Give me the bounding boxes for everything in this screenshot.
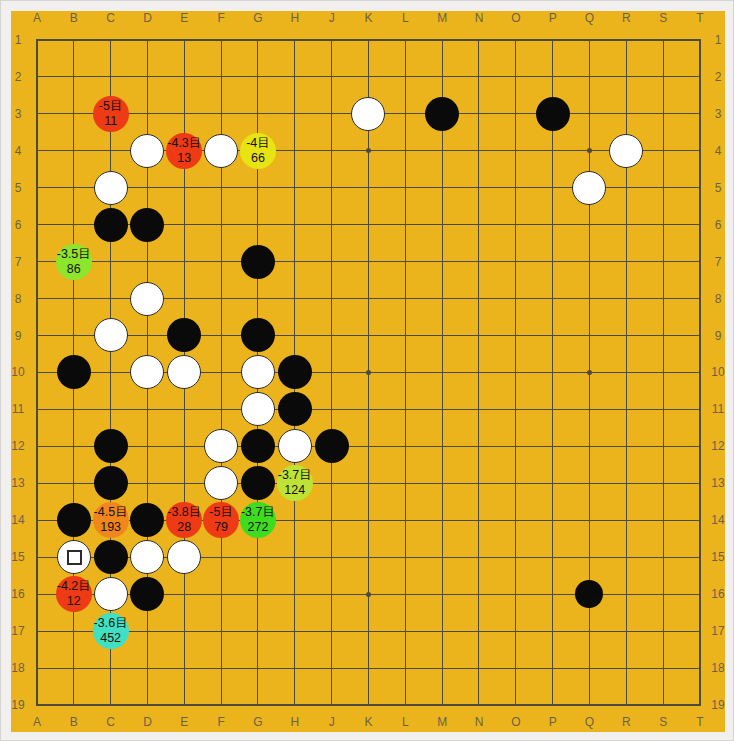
point-H3[interactable] — [276, 95, 313, 132]
point-F13[interactable]: ○ — [203, 465, 240, 502]
point-E17[interactable] — [166, 613, 203, 650]
point-B14[interactable]: ● — [55, 502, 92, 539]
point-K4[interactable] — [350, 132, 387, 169]
point-L14[interactable] — [387, 502, 424, 539]
point-N13[interactable] — [461, 465, 498, 502]
point-H1[interactable] — [276, 22, 313, 59]
point-C3[interactable]: -5目11 — [92, 95, 129, 132]
point-P10[interactable] — [534, 354, 571, 391]
point-L13[interactable] — [387, 465, 424, 502]
point-C7[interactable] — [92, 243, 129, 280]
point-P1[interactable] — [534, 22, 571, 59]
point-H7[interactable] — [276, 243, 313, 280]
point-P18[interactable] — [534, 649, 571, 686]
point-H13[interactable]: -3.7目124 — [276, 465, 313, 502]
point-S3[interactable] — [645, 95, 682, 132]
point-C15[interactable]: ● — [92, 539, 129, 576]
point-R5[interactable] — [608, 169, 645, 206]
point-L10[interactable] — [387, 354, 424, 391]
point-G7[interactable]: ● — [240, 243, 277, 280]
point-D10[interactable]: ○ — [129, 354, 166, 391]
point-N15[interactable] — [461, 539, 498, 576]
point-Q16[interactable]: ● — [571, 576, 608, 613]
point-R9[interactable] — [608, 317, 645, 354]
point-O14[interactable] — [497, 502, 534, 539]
point-A3[interactable] — [19, 95, 56, 132]
point-A1[interactable] — [19, 22, 56, 59]
point-H19[interactable] — [276, 686, 313, 723]
point-A6[interactable] — [19, 206, 56, 243]
point-C11[interactable] — [92, 391, 129, 428]
point-O13[interactable] — [497, 465, 534, 502]
point-P12[interactable] — [534, 428, 571, 465]
point-Q14[interactable] — [571, 502, 608, 539]
suggestion-C3[interactable]: -5目11 — [93, 96, 129, 132]
suggestion-C17[interactable]: -3.6目452 — [93, 613, 129, 649]
point-L12[interactable] — [387, 428, 424, 465]
point-K7[interactable] — [350, 243, 387, 280]
point-J16[interactable] — [313, 576, 350, 613]
point-N17[interactable] — [461, 613, 498, 650]
point-M1[interactable] — [424, 22, 461, 59]
point-T6[interactable] — [681, 206, 718, 243]
point-R15[interactable] — [608, 539, 645, 576]
point-G1[interactable] — [240, 22, 277, 59]
suggestion-E14[interactable]: -3.8目28 — [166, 502, 202, 538]
point-Q4[interactable] — [571, 132, 608, 169]
point-A2[interactable] — [19, 58, 56, 95]
point-B11[interactable] — [55, 391, 92, 428]
point-B1[interactable] — [55, 22, 92, 59]
point-T8[interactable] — [681, 280, 718, 317]
point-L3[interactable] — [387, 95, 424, 132]
point-O18[interactable] — [497, 649, 534, 686]
suggestion-C14[interactable]: -4.5目193 — [93, 502, 129, 538]
point-A10[interactable] — [19, 354, 56, 391]
point-F2[interactable] — [203, 58, 240, 95]
point-H14[interactable] — [276, 502, 313, 539]
point-N3[interactable] — [461, 95, 498, 132]
point-P3[interactable]: ● — [534, 95, 571, 132]
point-J6[interactable] — [313, 206, 350, 243]
point-N7[interactable] — [461, 243, 498, 280]
point-S6[interactable] — [645, 206, 682, 243]
point-M8[interactable] — [424, 280, 461, 317]
point-C4[interactable] — [92, 132, 129, 169]
suggestion-E4[interactable]: -4.3目13 — [166, 133, 202, 169]
point-Q13[interactable] — [571, 465, 608, 502]
point-O15[interactable] — [497, 539, 534, 576]
point-Q6[interactable] — [571, 206, 608, 243]
point-F1[interactable] — [203, 22, 240, 59]
point-J13[interactable] — [313, 465, 350, 502]
point-T16[interactable] — [681, 576, 718, 613]
point-C5[interactable]: ○ — [92, 169, 129, 206]
point-F8[interactable] — [203, 280, 240, 317]
point-O7[interactable] — [497, 243, 534, 280]
point-C6[interactable]: ● — [92, 206, 129, 243]
point-C17[interactable]: -3.6目452 — [92, 613, 129, 650]
suggestion-B16[interactable]: -4.2目12 — [56, 576, 92, 612]
point-D7[interactable] — [129, 243, 166, 280]
point-Q9[interactable] — [571, 317, 608, 354]
point-A16[interactable] — [19, 576, 56, 613]
point-R19[interactable] — [608, 686, 645, 723]
point-C19[interactable] — [92, 686, 129, 723]
point-M12[interactable] — [424, 428, 461, 465]
point-P17[interactable] — [534, 613, 571, 650]
point-L2[interactable] — [387, 58, 424, 95]
point-J10[interactable] — [313, 354, 350, 391]
point-N14[interactable] — [461, 502, 498, 539]
point-F10[interactable] — [203, 354, 240, 391]
point-D5[interactable] — [129, 169, 166, 206]
point-P14[interactable] — [534, 502, 571, 539]
point-O1[interactable] — [497, 22, 534, 59]
point-T2[interactable] — [681, 58, 718, 95]
suggestion-H13[interactable]: -3.7目124 — [277, 465, 313, 501]
point-C13[interactable]: ● — [92, 465, 129, 502]
point-T13[interactable] — [681, 465, 718, 502]
point-D4[interactable]: ○ — [129, 132, 166, 169]
point-J19[interactable] — [313, 686, 350, 723]
point-A9[interactable] — [19, 317, 56, 354]
point-C2[interactable] — [92, 58, 129, 95]
point-S18[interactable] — [645, 649, 682, 686]
point-K2[interactable] — [350, 58, 387, 95]
point-O2[interactable] — [497, 58, 534, 95]
point-B10[interactable]: ● — [55, 354, 92, 391]
suggestion-F14[interactable]: -5目79 — [203, 502, 239, 538]
point-B7[interactable]: -3.5目86 — [55, 243, 92, 280]
point-D18[interactable] — [129, 649, 166, 686]
point-F16[interactable] — [203, 576, 240, 613]
point-A12[interactable] — [19, 428, 56, 465]
point-K8[interactable] — [350, 280, 387, 317]
point-A11[interactable] — [19, 391, 56, 428]
point-K12[interactable] — [350, 428, 387, 465]
point-Q11[interactable] — [571, 391, 608, 428]
point-E13[interactable] — [166, 465, 203, 502]
point-M16[interactable] — [424, 576, 461, 613]
point-R6[interactable] — [608, 206, 645, 243]
point-R11[interactable] — [608, 391, 645, 428]
point-D3[interactable] — [129, 95, 166, 132]
point-M6[interactable] — [424, 206, 461, 243]
point-S8[interactable] — [645, 280, 682, 317]
point-L16[interactable] — [387, 576, 424, 613]
point-J14[interactable] — [313, 502, 350, 539]
point-Q2[interactable] — [571, 58, 608, 95]
point-K3[interactable]: ○ — [350, 95, 387, 132]
point-H17[interactable] — [276, 613, 313, 650]
point-T3[interactable] — [681, 95, 718, 132]
point-D17[interactable] — [129, 613, 166, 650]
point-Q5[interactable]: ○ — [571, 169, 608, 206]
point-P6[interactable] — [534, 206, 571, 243]
point-N16[interactable] — [461, 576, 498, 613]
point-L1[interactable] — [387, 22, 424, 59]
point-S7[interactable] — [645, 243, 682, 280]
point-P9[interactable] — [534, 317, 571, 354]
point-A4[interactable] — [19, 132, 56, 169]
point-M11[interactable] — [424, 391, 461, 428]
point-S2[interactable] — [645, 58, 682, 95]
point-E3[interactable] — [166, 95, 203, 132]
point-J15[interactable] — [313, 539, 350, 576]
point-F12[interactable]: ○ — [203, 428, 240, 465]
point-D6[interactable]: ● — [129, 206, 166, 243]
point-P7[interactable] — [534, 243, 571, 280]
point-G17[interactable] — [240, 613, 277, 650]
point-M5[interactable] — [424, 169, 461, 206]
point-Q8[interactable] — [571, 280, 608, 317]
point-S16[interactable] — [645, 576, 682, 613]
point-K10[interactable] — [350, 354, 387, 391]
point-G13[interactable]: ● — [240, 465, 277, 502]
point-O17[interactable] — [497, 613, 534, 650]
point-S13[interactable] — [645, 465, 682, 502]
point-T11[interactable] — [681, 391, 718, 428]
point-F4[interactable]: ○ — [203, 132, 240, 169]
point-O5[interactable] — [497, 169, 534, 206]
point-P5[interactable] — [534, 169, 571, 206]
point-F15[interactable] — [203, 539, 240, 576]
point-N9[interactable] — [461, 317, 498, 354]
point-P13[interactable] — [534, 465, 571, 502]
point-E19[interactable] — [166, 686, 203, 723]
point-K11[interactable] — [350, 391, 387, 428]
point-G12[interactable]: ● — [240, 428, 277, 465]
point-J4[interactable] — [313, 132, 350, 169]
point-O19[interactable] — [497, 686, 534, 723]
point-N1[interactable] — [461, 22, 498, 59]
point-J11[interactable] — [313, 391, 350, 428]
point-E14[interactable]: -3.8目28 — [166, 502, 203, 539]
point-N5[interactable] — [461, 169, 498, 206]
point-S15[interactable] — [645, 539, 682, 576]
point-H11[interactable]: ● — [276, 391, 313, 428]
point-S14[interactable] — [645, 502, 682, 539]
point-R10[interactable] — [608, 354, 645, 391]
point-B18[interactable] — [55, 649, 92, 686]
point-E6[interactable] — [166, 206, 203, 243]
point-F19[interactable] — [203, 686, 240, 723]
point-C14[interactable]: -4.5目193 — [92, 502, 129, 539]
point-B3[interactable] — [55, 95, 92, 132]
point-J2[interactable] — [313, 58, 350, 95]
point-D14[interactable]: ● — [129, 502, 166, 539]
point-Q1[interactable] — [571, 22, 608, 59]
point-E1[interactable] — [166, 22, 203, 59]
point-O11[interactable] — [497, 391, 534, 428]
point-H16[interactable] — [276, 576, 313, 613]
point-Q12[interactable] — [571, 428, 608, 465]
point-M7[interactable] — [424, 243, 461, 280]
point-S4[interactable] — [645, 132, 682, 169]
point-F14[interactable]: -5目79 — [203, 502, 240, 539]
point-A19[interactable] — [19, 686, 56, 723]
point-P19[interactable] — [534, 686, 571, 723]
point-R4[interactable]: ○ — [608, 132, 645, 169]
point-N12[interactable] — [461, 428, 498, 465]
point-K17[interactable] — [350, 613, 387, 650]
point-N4[interactable] — [461, 132, 498, 169]
point-T18[interactable] — [681, 649, 718, 686]
point-D13[interactable] — [129, 465, 166, 502]
point-T7[interactable] — [681, 243, 718, 280]
point-R17[interactable] — [608, 613, 645, 650]
point-R12[interactable] — [608, 428, 645, 465]
point-L5[interactable] — [387, 169, 424, 206]
point-F9[interactable] — [203, 317, 240, 354]
point-N19[interactable] — [461, 686, 498, 723]
point-J7[interactable] — [313, 243, 350, 280]
point-H9[interactable] — [276, 317, 313, 354]
point-A8[interactable] — [19, 280, 56, 317]
point-G11[interactable]: ○ — [240, 391, 277, 428]
point-G5[interactable] — [240, 169, 277, 206]
point-T1[interactable] — [681, 22, 718, 59]
point-L4[interactable] — [387, 132, 424, 169]
point-Q3[interactable] — [571, 95, 608, 132]
point-G10[interactable]: ○ — [240, 354, 277, 391]
suggestion-G4[interactable]: -4目66 — [240, 133, 276, 169]
point-B6[interactable] — [55, 206, 92, 243]
point-K5[interactable] — [350, 169, 387, 206]
point-M18[interactable] — [424, 649, 461, 686]
point-J17[interactable] — [313, 613, 350, 650]
point-H12[interactable]: ○ — [276, 428, 313, 465]
point-T17[interactable] — [681, 613, 718, 650]
point-B13[interactable] — [55, 465, 92, 502]
point-L19[interactable] — [387, 686, 424, 723]
point-S17[interactable] — [645, 613, 682, 650]
point-E7[interactable] — [166, 243, 203, 280]
point-K9[interactable] — [350, 317, 387, 354]
point-K19[interactable] — [350, 686, 387, 723]
point-T5[interactable] — [681, 169, 718, 206]
point-N6[interactable] — [461, 206, 498, 243]
point-B19[interactable] — [55, 686, 92, 723]
point-H4[interactable] — [276, 132, 313, 169]
point-J5[interactable] — [313, 169, 350, 206]
point-E10[interactable]: ○ — [166, 354, 203, 391]
point-B9[interactable] — [55, 317, 92, 354]
point-N8[interactable] — [461, 280, 498, 317]
point-G9[interactable]: ● — [240, 317, 277, 354]
point-M2[interactable] — [424, 58, 461, 95]
point-D1[interactable] — [129, 22, 166, 59]
point-M10[interactable] — [424, 354, 461, 391]
point-T19[interactable] — [681, 686, 718, 723]
point-G8[interactable] — [240, 280, 277, 317]
point-F7[interactable] — [203, 243, 240, 280]
point-A7[interactable] — [19, 243, 56, 280]
point-L17[interactable] — [387, 613, 424, 650]
point-B2[interactable] — [55, 58, 92, 95]
point-O4[interactable] — [497, 132, 534, 169]
point-T12[interactable] — [681, 428, 718, 465]
point-C1[interactable] — [92, 22, 129, 59]
point-E18[interactable] — [166, 649, 203, 686]
point-L6[interactable] — [387, 206, 424, 243]
point-R14[interactable] — [608, 502, 645, 539]
point-B16[interactable]: -4.2目12 — [55, 576, 92, 613]
point-E12[interactable] — [166, 428, 203, 465]
point-K14[interactable] — [350, 502, 387, 539]
point-K15[interactable] — [350, 539, 387, 576]
point-R2[interactable] — [608, 58, 645, 95]
point-P4[interactable] — [534, 132, 571, 169]
point-D8[interactable]: ○ — [129, 280, 166, 317]
point-M3[interactable]: ● — [424, 95, 461, 132]
point-E11[interactable] — [166, 391, 203, 428]
point-D15[interactable]: ○ — [129, 539, 166, 576]
point-A13[interactable] — [19, 465, 56, 502]
point-G4[interactable]: -4目66 — [240, 132, 277, 169]
point-J9[interactable] — [313, 317, 350, 354]
point-G16[interactable] — [240, 576, 277, 613]
point-L9[interactable] — [387, 317, 424, 354]
point-C18[interactable] — [92, 649, 129, 686]
point-G15[interactable] — [240, 539, 277, 576]
point-M14[interactable] — [424, 502, 461, 539]
point-F3[interactable] — [203, 95, 240, 132]
point-B8[interactable] — [55, 280, 92, 317]
point-D12[interactable] — [129, 428, 166, 465]
point-J12[interactable]: ● — [313, 428, 350, 465]
point-G2[interactable] — [240, 58, 277, 95]
point-R18[interactable] — [608, 649, 645, 686]
point-N18[interactable] — [461, 649, 498, 686]
point-S11[interactable] — [645, 391, 682, 428]
point-A17[interactable] — [19, 613, 56, 650]
point-R3[interactable] — [608, 95, 645, 132]
point-M13[interactable] — [424, 465, 461, 502]
point-G6[interactable] — [240, 206, 277, 243]
point-T14[interactable] — [681, 502, 718, 539]
point-T10[interactable] — [681, 354, 718, 391]
point-B5[interactable] — [55, 169, 92, 206]
point-Q7[interactable] — [571, 243, 608, 280]
point-K13[interactable] — [350, 465, 387, 502]
point-S12[interactable] — [645, 428, 682, 465]
point-H10[interactable]: ● — [276, 354, 313, 391]
point-Q19[interactable] — [571, 686, 608, 723]
point-O12[interactable] — [497, 428, 534, 465]
point-H8[interactable] — [276, 280, 313, 317]
point-E2[interactable] — [166, 58, 203, 95]
point-E15[interactable]: ○ — [166, 539, 203, 576]
point-M15[interactable] — [424, 539, 461, 576]
point-Q10[interactable] — [571, 354, 608, 391]
point-O6[interactable] — [497, 206, 534, 243]
point-E5[interactable] — [166, 169, 203, 206]
point-R8[interactable] — [608, 280, 645, 317]
point-E8[interactable] — [166, 280, 203, 317]
point-K18[interactable] — [350, 649, 387, 686]
point-A18[interactable] — [19, 649, 56, 686]
point-M9[interactable] — [424, 317, 461, 354]
point-G18[interactable] — [240, 649, 277, 686]
point-G14[interactable]: -3.7目272 — [240, 502, 277, 539]
point-T15[interactable] — [681, 539, 718, 576]
point-Q15[interactable] — [571, 539, 608, 576]
point-O9[interactable] — [497, 317, 534, 354]
point-N11[interactable] — [461, 391, 498, 428]
point-C9[interactable]: ○ — [92, 317, 129, 354]
